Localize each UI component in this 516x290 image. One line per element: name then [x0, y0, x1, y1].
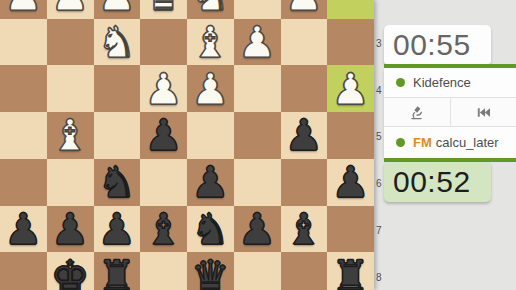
square-h3[interactable] — [0, 19, 47, 66]
square-h7[interactable]: ♟ — [0, 206, 47, 253]
black-pawn-h7[interactable]: ♟ — [4, 206, 43, 252]
square-g8[interactable]: ♚ — [47, 252, 94, 290]
square-c4[interactable] — [234, 65, 281, 112]
black-player-clock-active: 00:52 — [384, 162, 491, 202]
square-e4[interactable]: ♟ — [140, 65, 187, 112]
controls-row — [384, 97, 516, 127]
square-e7[interactable]: ♝ — [140, 206, 187, 253]
square-g5[interactable]: ♝ — [47, 112, 94, 159]
white-pawn-d4[interactable]: ♟ — [191, 66, 230, 112]
square-d5[interactable] — [187, 112, 234, 159]
square-b7[interactable]: ♝ — [281, 206, 328, 253]
square-c8[interactable] — [234, 252, 281, 290]
game-sidebar: 00:55 Kidefence — [384, 0, 516, 290]
online-indicator-icon — [396, 138, 405, 147]
black-pawn-b5[interactable]: ♟ — [285, 112, 324, 158]
rank-label-5: 5 — [376, 132, 382, 142]
black-king-g8[interactable]: ♚ — [51, 253, 90, 290]
white-queen-e2[interactable]: ♛ — [144, 0, 183, 18]
black-rook-a8[interactable]: ♜ — [331, 253, 370, 290]
square-c6[interactable] — [234, 159, 281, 206]
rank-label-8: 8 — [376, 273, 382, 283]
white-pawn-e4[interactable]: ♟ — [144, 66, 183, 112]
rank-label-4: 4 — [376, 86, 382, 96]
square-a5[interactable] — [327, 112, 374, 159]
rank-label-3: 3 — [376, 39, 382, 49]
black-pawn-f7[interactable]: ♟ — [98, 206, 137, 252]
black-bishop-b7[interactable]: ♝ — [285, 206, 324, 252]
square-h6[interactable] — [0, 159, 47, 206]
rank-label-6: 6 — [376, 179, 382, 189]
square-b5[interactable]: ♟ — [281, 112, 328, 159]
black-clock-time: 00:52 — [393, 165, 471, 199]
black-knight-d7[interactable]: ♞ — [191, 206, 230, 252]
square-e3[interactable] — [140, 19, 187, 66]
square-e2[interactable]: ♛ — [140, 0, 187, 19]
square-f6[interactable]: ♞ — [94, 159, 141, 206]
square-a8[interactable]: ♜ — [327, 252, 374, 290]
square-c2[interactable] — [234, 0, 281, 19]
white-pawn-c3[interactable]: ♟ — [238, 19, 277, 65]
square-a4[interactable]: ♟ — [327, 65, 374, 112]
square-b8[interactable] — [281, 252, 328, 290]
white-clock-time: 00:55 — [393, 28, 471, 62]
square-f3[interactable]: ♞ — [94, 19, 141, 66]
square-e5[interactable]: ♟ — [140, 112, 187, 159]
square-e8[interactable] — [140, 252, 187, 290]
square-a2[interactable] — [327, 0, 374, 19]
square-h2[interactable]: ♟ — [0, 0, 47, 19]
black-bishop-e7[interactable]: ♝ — [144, 206, 183, 252]
black-knight-f6[interactable]: ♞ — [98, 159, 137, 205]
player-title-badge: FM — [413, 135, 432, 150]
go-to-first-move-button[interactable] — [450, 98, 516, 126]
square-d8[interactable]: ♛ — [187, 252, 234, 290]
square-a6[interactable]: ♟ — [327, 159, 374, 206]
white-bishop-d3[interactable]: ♝ — [191, 19, 230, 65]
square-d7[interactable]: ♞ — [187, 206, 234, 253]
square-c3[interactable]: ♟ — [234, 19, 281, 66]
square-a3[interactable] — [327, 19, 374, 66]
square-a7[interactable] — [327, 206, 374, 253]
rank-label-7: 7 — [376, 226, 382, 236]
square-g6[interactable] — [47, 159, 94, 206]
white-pawn-h2[interactable]: ♟ — [4, 0, 43, 18]
black-pawn-g7[interactable]: ♟ — [51, 206, 90, 252]
black-pawn-d6[interactable]: ♟ — [191, 159, 230, 205]
square-g7[interactable]: ♟ — [47, 206, 94, 253]
black-player-name[interactable]: calcu_later — [436, 135, 499, 150]
square-g4[interactable] — [47, 65, 94, 112]
player-row-white: Kidefence — [384, 68, 516, 97]
square-f8[interactable]: ♜ — [94, 252, 141, 290]
square-d2[interactable]: ♞ — [187, 0, 234, 19]
square-d3[interactable]: ♝ — [187, 19, 234, 66]
white-pawn-g2[interactable]: ♟ — [51, 0, 90, 18]
black-rook-f8[interactable]: ♜ — [98, 253, 137, 290]
square-d6[interactable]: ♟ — [187, 159, 234, 206]
white-pawn-f2[interactable]: ♟ — [98, 0, 137, 18]
white-bishop-g5[interactable]: ♝ — [51, 112, 90, 158]
white-player-clock: 00:55 — [384, 25, 491, 64]
square-f5[interactable] — [94, 112, 141, 159]
white-knight-d2[interactable]: ♞ — [191, 0, 230, 18]
black-pawn-a6[interactable]: ♟ — [331, 159, 370, 205]
black-pawn-e5[interactable]: ♟ — [144, 112, 183, 158]
square-f4[interactable] — [94, 65, 141, 112]
square-b4[interactable] — [281, 65, 328, 112]
chess-board[interactable]: ♟♟♟♛♞♟♞♝♟♟♟♟♝♟♟♞♟♟♟♟♟♝♞♟♝♚♜♛♜ — [0, 0, 374, 290]
online-indicator-icon — [396, 78, 405, 87]
white-player-name[interactable]: Kidefence — [413, 75, 471, 90]
microscope-icon — [408, 104, 425, 121]
analysis-board-button[interactable] — [384, 98, 450, 126]
square-h8[interactable] — [0, 252, 47, 290]
square-h5[interactable] — [0, 112, 47, 159]
square-g2[interactable]: ♟ — [47, 0, 94, 19]
square-f2[interactable]: ♟ — [94, 0, 141, 19]
square-h4[interactable] — [0, 65, 47, 112]
square-c5[interactable] — [234, 112, 281, 159]
square-b3[interactable] — [281, 19, 328, 66]
square-d4[interactable]: ♟ — [187, 65, 234, 112]
white-pawn-b2[interactable]: ♟ — [285, 0, 324, 18]
white-pawn-a4[interactable]: ♟ — [331, 66, 370, 112]
rank-label-2: 2 — [376, 0, 382, 2]
player-row-black: FM calcu_later — [384, 127, 516, 158]
black-pawn-c7[interactable]: ♟ — [238, 206, 277, 252]
white-knight-f3[interactable]: ♞ — [98, 19, 137, 65]
square-f7[interactable]: ♟ — [94, 206, 141, 253]
black-queen-d8[interactable]: ♛ — [191, 253, 230, 290]
square-b2[interactable]: ♟ — [281, 0, 328, 19]
players-card: Kidefence — [384, 68, 516, 158]
square-e6[interactable] — [140, 159, 187, 206]
square-b6[interactable] — [281, 159, 328, 206]
square-c7[interactable]: ♟ — [234, 206, 281, 253]
skip-to-start-icon — [475, 104, 492, 121]
board-grid: ♟♟♟♛♞♟♞♝♟♟♟♟♝♟♟♞♟♟♟♟♟♝♞♟♝♚♜♛♜ — [0, 0, 374, 290]
square-g3[interactable] — [47, 19, 94, 66]
